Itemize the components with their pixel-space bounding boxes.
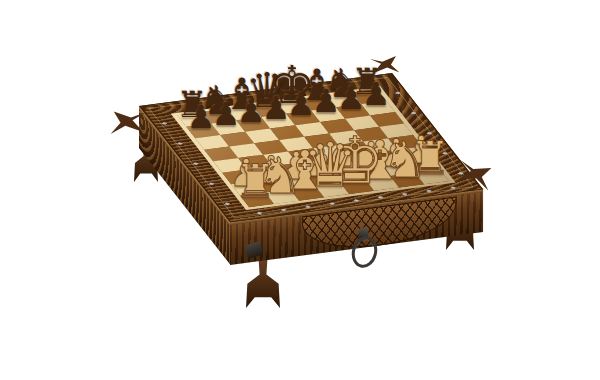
inlay-dot [224,203,230,206]
piece-dark-pawn-e7[interactable]: ♟ [287,88,316,120]
inlay-dot [257,212,263,215]
inlay-dot [402,193,408,196]
inlay-dot [305,206,311,209]
piece-dark-pawn-d7[interactable]: ♟ [262,92,291,124]
inlay-dot [209,183,215,186]
inlay-dot [281,209,287,212]
piece-light-rook-a1[interactable]: ♜ [234,158,275,204]
inlay-dot [450,187,456,190]
inlay-dot [458,172,464,175]
piece-dark-pawn-a7[interactable]: ♟ [187,102,216,134]
inlay-dot [177,142,183,145]
piece-dark-pawn-b7[interactable]: ♟ [212,98,241,130]
inlay-dot [329,202,335,205]
piece-dark-pawn-h7[interactable]: ♟ [362,79,391,111]
piece-dark-pawn-c7[interactable]: ♟ [237,95,266,127]
piece-dark-pawn-g7[interactable]: ♟ [337,82,366,114]
product-photo-scene: ♜♞♝♛♚♝♞♜♟♟♟♟♟♟♟♟♟♟♟♟♟♟♟♟♜♞♝♛♚♝♞♜ [0,0,600,380]
inlay-dot [193,162,199,165]
inlay-dot [426,190,432,193]
inlay-dot [411,112,417,115]
piece-dark-pawn-f7[interactable]: ♟ [312,85,341,117]
inlay-dot [162,122,168,125]
inlay-dot [395,92,401,95]
pieces-layer: ♜♞♝♛♚♝♞♜♟♟♟♟♟♟♟♟♟♟♟♟♟♟♟♟♜♞♝♛♚♝♞♜ [0,0,600,380]
